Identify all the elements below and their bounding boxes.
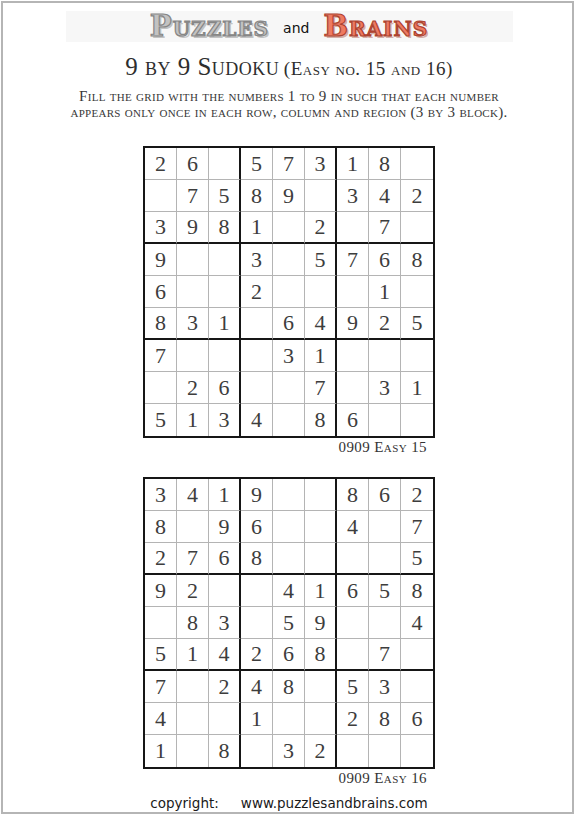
sudoku-cell-r8c4 <box>241 372 273 404</box>
sudoku-cell-r6c3: 4 <box>209 639 241 671</box>
sudoku-cell-r8c8: 3 <box>369 372 401 404</box>
sudoku-cell-r2c1 <box>145 180 177 212</box>
sudoku-cell-r4c8: 5 <box>369 575 401 607</box>
sudoku-cell-r3c1: 3 <box>145 212 177 244</box>
sudoku-cell-r3c2: 9 <box>177 212 209 244</box>
logo-word-puzzles: Puzzles <box>150 12 269 41</box>
page-title: 9 by 9 Sudoku (Easy no. 15 and 16) <box>0 54 578 83</box>
sudoku-cell-r1c2: 4 <box>177 479 209 511</box>
sudoku-cell-r7c7 <box>337 340 369 372</box>
sudoku-cell-r7c5: 3 <box>273 340 305 372</box>
sudoku-cell-r9c7 <box>337 735 369 767</box>
sudoku-cell-r1c8: 6 <box>369 479 401 511</box>
sudoku-cell-r9c2 <box>177 735 209 767</box>
sudoku-cell-r5c8: 1 <box>369 276 401 308</box>
sudoku-cell-r6c9 <box>401 639 433 671</box>
sudoku-cell-r9c2: 1 <box>177 404 209 436</box>
sudoku-cell-r5c7 <box>337 607 369 639</box>
sudoku-cell-r6c4 <box>241 308 273 340</box>
sudoku-cell-r9c9 <box>401 735 433 767</box>
sudoku-cell-r6c8: 7 <box>369 639 401 671</box>
sudoku-cell-r8c3 <box>209 703 241 735</box>
sudoku-cell-r9c1: 1 <box>145 735 177 767</box>
sudoku-cell-r2c4: 8 <box>241 180 273 212</box>
sudoku-cell-r1c5: 7 <box>273 148 305 180</box>
sudoku-cell-r1c9: 2 <box>401 479 433 511</box>
puzzle-label-easy-16: 0909 Easy 16 <box>143 771 435 786</box>
sudoku-cell-r6c3: 1 <box>209 308 241 340</box>
page-title-suffix: (Easy no. 15 and 16) <box>284 58 453 79</box>
sudoku-cell-r5c5 <box>273 276 305 308</box>
sudoku-cell-r5c1 <box>145 607 177 639</box>
sudoku-cell-r2c4: 6 <box>241 511 273 543</box>
sudoku-cell-r3c6 <box>305 543 337 575</box>
sudoku-cell-r9c5: 3 <box>273 735 305 767</box>
sudoku-cell-r9c8 <box>369 735 401 767</box>
sudoku-cell-r9c4: 4 <box>241 404 273 436</box>
sudoku-cell-r8c9: 1 <box>401 372 433 404</box>
sudoku-cell-r8c5 <box>273 703 305 735</box>
sudoku-cell-r6c4: 2 <box>241 639 273 671</box>
sudoku-cell-r8c5 <box>273 372 305 404</box>
sudoku-cell-r4c3 <box>209 575 241 607</box>
sudoku-cell-r4c4: 3 <box>241 244 273 276</box>
sudoku-cell-r9c6: 8 <box>305 404 337 436</box>
sudoku-cell-r4c1: 9 <box>145 575 177 607</box>
instructions-line-1: Fill the grid with the numbers 1 to 9 in… <box>0 88 578 104</box>
sudoku-cell-r5c2: 8 <box>177 607 209 639</box>
sudoku-cell-r6c2: 3 <box>177 308 209 340</box>
sudoku-cell-r6c7 <box>337 639 369 671</box>
sudoku-cell-r4c5 <box>273 244 305 276</box>
sudoku-cell-r9c9 <box>401 404 433 436</box>
sudoku-cell-r6c6: 8 <box>305 639 337 671</box>
logo-word-brains: Brains <box>323 12 428 41</box>
sudoku-cell-r3c5 <box>273 212 305 244</box>
sudoku-cell-r7c8 <box>369 340 401 372</box>
sudoku-cell-r5c7 <box>337 276 369 308</box>
sudoku-cell-r5c6 <box>305 276 337 308</box>
sudoku-cell-r2c2: 7 <box>177 180 209 212</box>
footer: copyright:www.puzzlesandbrains.com <box>0 796 578 811</box>
sudoku-cell-r1c5 <box>273 479 305 511</box>
logo: Puzzles and Brains <box>66 11 513 42</box>
sudoku-cell-r7c4 <box>241 340 273 372</box>
sudoku-cell-r7c6 <box>305 671 337 703</box>
sudoku-cell-r6c6: 4 <box>305 308 337 340</box>
logo-word-and: and <box>283 18 309 36</box>
sudoku-cell-r5c9: 4 <box>401 607 433 639</box>
sudoku-cell-r1c4: 5 <box>241 148 273 180</box>
sudoku-cell-r5c6: 9 <box>305 607 337 639</box>
sudoku-cell-r4c6: 1 <box>305 575 337 607</box>
sudoku-cell-r1c8: 8 <box>369 148 401 180</box>
sudoku-cell-r4c2 <box>177 244 209 276</box>
sudoku-cell-r4c5: 4 <box>273 575 305 607</box>
sudoku-cell-r4c3 <box>209 244 241 276</box>
sudoku-cell-r6c7: 9 <box>337 308 369 340</box>
sudoku-grid-easy-16: 3419862896472768592416588359451426877248… <box>143 477 435 769</box>
sudoku-cell-r8c6: 7 <box>305 372 337 404</box>
sudoku-cell-r3c1: 2 <box>145 543 177 575</box>
sudoku-cell-r3c3: 8 <box>209 212 241 244</box>
sudoku-cell-r4c7: 6 <box>337 575 369 607</box>
sudoku-cell-r6c2: 1 <box>177 639 209 671</box>
sudoku-cell-r5c4: 2 <box>241 276 273 308</box>
sudoku-cell-r2c6 <box>305 511 337 543</box>
sudoku-cell-r2c7: 4 <box>337 511 369 543</box>
sudoku-cell-r3c7 <box>337 543 369 575</box>
sudoku-cell-r8c4: 1 <box>241 703 273 735</box>
sudoku-cell-r2c2 <box>177 511 209 543</box>
sudoku-cell-r1c2: 6 <box>177 148 209 180</box>
sudoku-cell-r4c2: 2 <box>177 575 209 607</box>
sudoku-cell-r7c4: 4 <box>241 671 273 703</box>
sudoku-grid-easy-15: 2657318758934239812793576862183164925731… <box>143 146 435 438</box>
page-title-main: 9 by 9 Sudoku <box>125 53 279 80</box>
sudoku-cell-r3c2: 7 <box>177 543 209 575</box>
sudoku-cell-r1c3: 1 <box>209 479 241 511</box>
sudoku-cell-r8c2: 2 <box>177 372 209 404</box>
puzzle-easy-15: 2657318758934239812793576862183164925731… <box>143 146 435 455</box>
instructions-line-2: appears only once in each row, column an… <box>0 104 578 120</box>
sudoku-cell-r7c5: 8 <box>273 671 305 703</box>
sudoku-cell-r2c8 <box>369 511 401 543</box>
sudoku-cell-r1c9 <box>401 148 433 180</box>
sudoku-cell-r2c5 <box>273 511 305 543</box>
sudoku-cell-r3c9 <box>401 212 433 244</box>
page-content: Puzzles and Brains 9 by 9 Sudoku (Easy n… <box>0 3 578 811</box>
sudoku-cell-r4c9: 8 <box>401 244 433 276</box>
sudoku-cell-r8c1 <box>145 372 177 404</box>
sudoku-cell-r7c1: 7 <box>145 340 177 372</box>
sudoku-cell-r9c6: 2 <box>305 735 337 767</box>
sudoku-cell-r9c5 <box>273 404 305 436</box>
sudoku-cell-r4c8: 6 <box>369 244 401 276</box>
sudoku-cell-r9c4 <box>241 735 273 767</box>
puzzle-label-easy-15: 0909 Easy 15 <box>143 440 435 455</box>
sudoku-cell-r8c3: 6 <box>209 372 241 404</box>
sudoku-cell-r2c1: 8 <box>145 511 177 543</box>
sudoku-cell-r3c8: 7 <box>369 212 401 244</box>
sudoku-cell-r4c9: 8 <box>401 575 433 607</box>
sudoku-cell-r3c6: 2 <box>305 212 337 244</box>
sudoku-cell-r7c8: 3 <box>369 671 401 703</box>
sudoku-cell-r3c3: 6 <box>209 543 241 575</box>
sudoku-cell-r7c3 <box>209 340 241 372</box>
sudoku-cell-r8c9: 6 <box>401 703 433 735</box>
sudoku-cell-r5c3: 3 <box>209 607 241 639</box>
sudoku-cell-r6c9: 5 <box>401 308 433 340</box>
sudoku-cell-r6c8: 2 <box>369 308 401 340</box>
sudoku-cell-r3c4: 1 <box>241 212 273 244</box>
sudoku-cell-r2c3: 5 <box>209 180 241 212</box>
sudoku-cell-r7c2 <box>177 340 209 372</box>
sudoku-cell-r3c7 <box>337 212 369 244</box>
sudoku-cell-r1c7: 1 <box>337 148 369 180</box>
sudoku-cell-r8c7 <box>337 372 369 404</box>
sudoku-cell-r2c9: 2 <box>401 180 433 212</box>
sudoku-cell-r6c5: 6 <box>273 308 305 340</box>
sudoku-cell-r3c9: 5 <box>401 543 433 575</box>
sudoku-cell-r5c2 <box>177 276 209 308</box>
sudoku-cell-r9c7: 6 <box>337 404 369 436</box>
sudoku-cell-r9c8 <box>369 404 401 436</box>
sudoku-cell-r6c5: 6 <box>273 639 305 671</box>
instructions: Fill the grid with the numbers 1 to 9 in… <box>0 88 578 120</box>
sudoku-cell-r7c7: 5 <box>337 671 369 703</box>
sudoku-cell-r2c9: 7 <box>401 511 433 543</box>
sudoku-cell-r1c7: 8 <box>337 479 369 511</box>
sudoku-cell-r8c8: 8 <box>369 703 401 735</box>
sudoku-cell-r1c1: 3 <box>145 479 177 511</box>
sudoku-cell-r1c1: 2 <box>145 148 177 180</box>
sudoku-cell-r5c1: 6 <box>145 276 177 308</box>
sudoku-cell-r5c5: 5 <box>273 607 305 639</box>
sudoku-cell-r1c6: 3 <box>305 148 337 180</box>
sudoku-cell-r7c2 <box>177 671 209 703</box>
sudoku-cell-r2c8: 4 <box>369 180 401 212</box>
sudoku-cell-r7c9 <box>401 340 433 372</box>
sudoku-cell-r6c1: 5 <box>145 639 177 671</box>
sudoku-cell-r1c4: 9 <box>241 479 273 511</box>
sudoku-cell-r5c4 <box>241 607 273 639</box>
sudoku-cell-r4c6: 5 <box>305 244 337 276</box>
sudoku-cell-r3c5 <box>273 543 305 575</box>
sudoku-cell-r8c1: 4 <box>145 703 177 735</box>
sudoku-cell-r9c3: 3 <box>209 404 241 436</box>
sudoku-cell-r5c8 <box>369 607 401 639</box>
sudoku-cell-r8c7: 2 <box>337 703 369 735</box>
sudoku-cell-r4c4 <box>241 575 273 607</box>
puzzle-easy-16: 3419862896472768592416588359451426877248… <box>143 477 435 786</box>
sudoku-cell-r1c6 <box>305 479 337 511</box>
sudoku-cell-r3c4: 8 <box>241 543 273 575</box>
sudoku-cell-r7c3: 2 <box>209 671 241 703</box>
sudoku-cell-r9c3: 8 <box>209 735 241 767</box>
sudoku-cell-r8c2 <box>177 703 209 735</box>
sudoku-cell-r7c6: 1 <box>305 340 337 372</box>
sudoku-cell-r6c1: 8 <box>145 308 177 340</box>
sudoku-cell-r7c1: 7 <box>145 671 177 703</box>
sudoku-cell-r4c1: 9 <box>145 244 177 276</box>
sudoku-cell-r3c8 <box>369 543 401 575</box>
sudoku-cell-r9c1: 5 <box>145 404 177 436</box>
sudoku-cell-r5c3 <box>209 276 241 308</box>
sudoku-cell-r2c7: 3 <box>337 180 369 212</box>
sudoku-cell-r7c9 <box>401 671 433 703</box>
sudoku-cell-r2c3: 9 <box>209 511 241 543</box>
sudoku-cell-r2c6 <box>305 180 337 212</box>
sudoku-cell-r8c6 <box>305 703 337 735</box>
sudoku-cell-r2c5: 9 <box>273 180 305 212</box>
sudoku-cell-r5c9 <box>401 276 433 308</box>
website-text: www.puzzlesandbrains.com <box>241 795 428 811</box>
sudoku-cell-r4c7: 7 <box>337 244 369 276</box>
sudoku-cell-r1c3 <box>209 148 241 180</box>
copyright-label: copyright: <box>150 795 219 811</box>
